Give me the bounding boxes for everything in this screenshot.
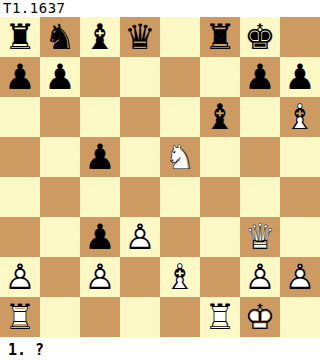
white-pawn: ♟♙	[280, 257, 320, 297]
puzzle-id-label: T1.1637	[0, 0, 320, 17]
square-g8[interactable]: ♚	[240, 17, 280, 57]
square-h2[interactable]: ♟♙	[280, 257, 320, 297]
square-d6[interactable]	[120, 97, 160, 137]
square-a6[interactable]	[0, 97, 40, 137]
move-prompt: 1. ?	[0, 337, 320, 360]
square-h6[interactable]: ♝♗	[280, 97, 320, 137]
black-bishop: ♝	[80, 17, 120, 57]
black-pawn: ♟	[240, 57, 280, 97]
square-e4[interactable]	[160, 177, 200, 217]
square-e6[interactable]	[160, 97, 200, 137]
black-pawn: ♟	[80, 137, 120, 177]
square-g3[interactable]: ♛♕	[240, 217, 280, 257]
black-pawn: ♟	[40, 57, 80, 97]
square-c8[interactable]: ♝	[80, 17, 120, 57]
square-c3[interactable]: ♟	[80, 217, 120, 257]
white-rook: ♜♖	[200, 297, 240, 337]
white-rook: ♜♖	[0, 297, 40, 337]
square-d4[interactable]	[120, 177, 160, 217]
square-e1[interactable]	[160, 297, 200, 337]
black-rook: ♜	[0, 17, 40, 57]
square-c1[interactable]	[80, 297, 120, 337]
square-f7[interactable]	[200, 57, 240, 97]
square-e8[interactable]	[160, 17, 200, 57]
square-h7[interactable]: ♟	[280, 57, 320, 97]
black-pawn: ♟	[80, 217, 120, 257]
square-d1[interactable]	[120, 297, 160, 337]
square-c4[interactable]	[80, 177, 120, 217]
black-pawn: ♟	[0, 57, 40, 97]
square-e2[interactable]: ♝♗	[160, 257, 200, 297]
square-a3[interactable]	[0, 217, 40, 257]
white-pawn: ♟♙	[80, 257, 120, 297]
square-h3[interactable]	[280, 217, 320, 257]
square-f5[interactable]	[200, 137, 240, 177]
square-a7[interactable]: ♟	[0, 57, 40, 97]
square-a4[interactable]	[0, 177, 40, 217]
square-f1[interactable]: ♜♖	[200, 297, 240, 337]
square-a1[interactable]: ♜♖	[0, 297, 40, 337]
square-d7[interactable]	[120, 57, 160, 97]
square-d2[interactable]	[120, 257, 160, 297]
square-c2[interactable]: ♟♙	[80, 257, 120, 297]
square-h4[interactable]	[280, 177, 320, 217]
square-g2[interactable]: ♟♙	[240, 257, 280, 297]
square-b3[interactable]	[40, 217, 80, 257]
square-d3[interactable]: ♟♙	[120, 217, 160, 257]
white-pawn: ♟♙	[240, 257, 280, 297]
square-h1[interactable]	[280, 297, 320, 337]
square-b8[interactable]: ♞	[40, 17, 80, 57]
square-e5[interactable]: ♞♘	[160, 137, 200, 177]
black-king: ♚	[240, 17, 280, 57]
square-f6[interactable]: ♝	[200, 97, 240, 137]
square-g7[interactable]: ♟	[240, 57, 280, 97]
white-pawn: ♟♙	[120, 217, 160, 257]
square-f4[interactable]	[200, 177, 240, 217]
square-f8[interactable]: ♜	[200, 17, 240, 57]
square-b4[interactable]	[40, 177, 80, 217]
black-pawn: ♟	[280, 57, 320, 97]
square-b7[interactable]: ♟	[40, 57, 80, 97]
black-knight: ♞	[40, 17, 80, 57]
square-b6[interactable]	[40, 97, 80, 137]
white-pawn: ♟♙	[0, 257, 40, 297]
square-c6[interactable]	[80, 97, 120, 137]
square-g1[interactable]: ♚♔	[240, 297, 280, 337]
square-g6[interactable]	[240, 97, 280, 137]
square-d5[interactable]	[120, 137, 160, 177]
square-a8[interactable]: ♜	[0, 17, 40, 57]
square-e3[interactable]	[160, 217, 200, 257]
square-e7[interactable]	[160, 57, 200, 97]
black-bishop: ♝	[200, 97, 240, 137]
square-b1[interactable]	[40, 297, 80, 337]
square-f2[interactable]	[200, 257, 240, 297]
square-g5[interactable]	[240, 137, 280, 177]
square-g4[interactable]	[240, 177, 280, 217]
square-h5[interactable]	[280, 137, 320, 177]
square-c5[interactable]: ♟	[80, 137, 120, 177]
chess-board: ♜♞♝♛♜♚♟♟♟♟♝♝♗♟♞♘♟♟♙♛♕♟♙♟♙♝♗♟♙♟♙♜♖♜♖♚♔	[0, 17, 320, 337]
square-h8[interactable]	[280, 17, 320, 57]
square-d8[interactable]: ♛	[120, 17, 160, 57]
square-b2[interactable]	[40, 257, 80, 297]
white-knight: ♞♘	[160, 137, 200, 177]
white-bishop: ♝♗	[280, 97, 320, 137]
square-b5[interactable]	[40, 137, 80, 177]
square-a5[interactable]	[0, 137, 40, 177]
white-bishop: ♝♗	[160, 257, 200, 297]
white-queen: ♛♕	[240, 217, 280, 257]
square-f3[interactable]	[200, 217, 240, 257]
black-rook: ♜	[200, 17, 240, 57]
square-a2[interactable]: ♟♙	[0, 257, 40, 297]
white-king: ♚♔	[240, 297, 280, 337]
square-c7[interactable]	[80, 57, 120, 97]
black-queen: ♛	[120, 17, 160, 57]
